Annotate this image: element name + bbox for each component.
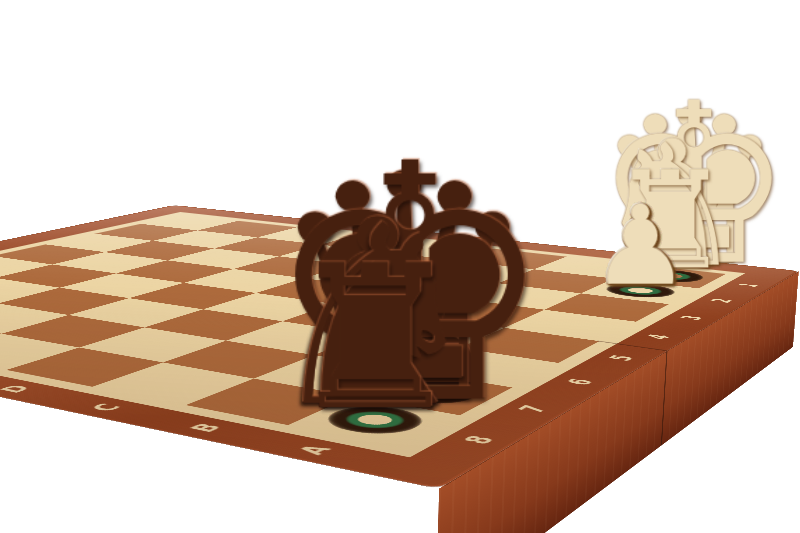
chess-board: HGFEDCBA 12345678 ♜♞♝♛♚♝♞♜♟♟♟♟♟♟♟♟♟♟♟♟♟♟… [0,205,799,488]
white-pawn-glyph: ♟ [561,201,720,290]
brass-latch-icon [195,449,263,488]
product-photo-stage: HGFEDCBA 12345678 ♜♞♝♛♚♝♞♜♟♟♟♟♟♟♟♟♟♟♟♟♟♟… [0,0,800,533]
fold-seam-side [661,350,668,446]
black-rook-glyph: ♜ [263,257,487,419]
